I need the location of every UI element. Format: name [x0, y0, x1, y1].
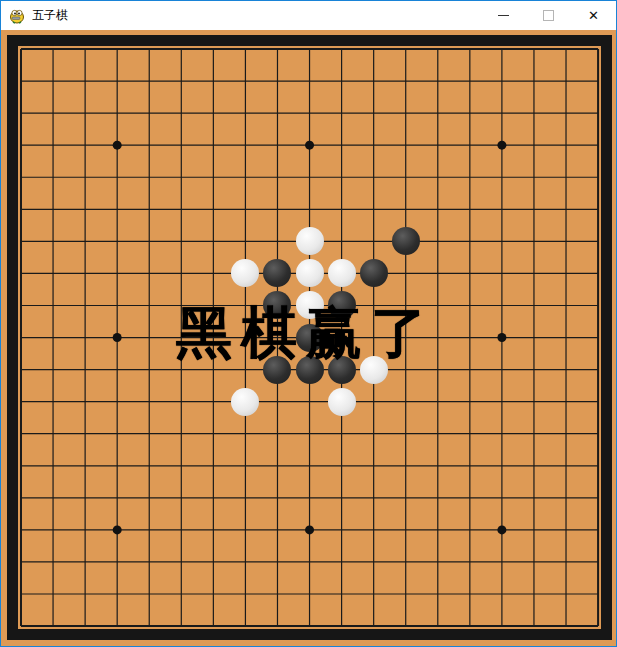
game-board[interactable]: 黑棋赢了 — [1, 30, 616, 646]
star-point — [497, 141, 506, 150]
board-grid — [1, 30, 616, 646]
star-point — [113, 525, 122, 534]
app-icon — [9, 8, 25, 24]
star-point — [305, 141, 314, 150]
star-point — [113, 333, 122, 342]
maximize-icon — [543, 10, 554, 21]
close-icon: ✕ — [588, 9, 599, 22]
star-point — [305, 333, 314, 342]
maximize-button[interactable] — [526, 1, 571, 30]
close-button[interactable]: ✕ — [571, 1, 616, 30]
window-titlebar: 五子棋 ✕ — [1, 1, 616, 30]
minimize-icon — [498, 15, 509, 16]
star-point — [305, 525, 314, 534]
window-title: 五子棋 — [32, 7, 481, 24]
star-point — [497, 525, 506, 534]
star-point — [497, 333, 506, 342]
minimize-button[interactable] — [481, 1, 526, 30]
star-point — [113, 141, 122, 150]
